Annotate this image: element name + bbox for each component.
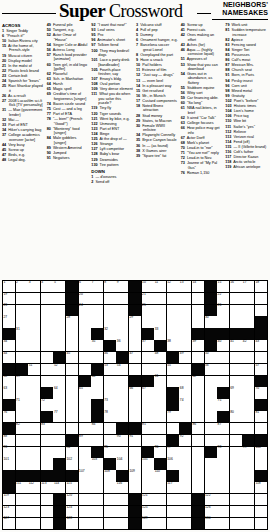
grid-cell[interactable] [16, 305, 28, 316]
grid-cell[interactable] [116, 506, 128, 517]
grid-cell[interactable] [230, 506, 242, 517]
grid-cell[interactable] [129, 482, 141, 493]
grid-cell[interactable] [242, 352, 254, 363]
grid-cell[interactable]: 54 [116, 364, 128, 375]
grid-cell[interactable] [104, 506, 116, 517]
grid-cell[interactable]: 55 [167, 364, 179, 375]
grid-cell[interactable]: 121 [142, 494, 154, 505]
grid-cell[interactable]: 30 [205, 316, 217, 327]
grid-cell[interactable]: 15 [217, 281, 229, 292]
grid-cell[interactable] [129, 411, 141, 422]
grid-cell[interactable] [66, 340, 78, 351]
grid-cell[interactable] [192, 316, 204, 327]
grid-cell[interactable] [91, 316, 103, 327]
grid-cell[interactable] [154, 423, 166, 434]
grid-cell[interactable]: 29 [129, 316, 141, 327]
grid-cell[interactable] [91, 470, 103, 481]
grid-cell[interactable] [192, 411, 204, 422]
grid-cell[interactable]: 44 [3, 352, 15, 363]
grid-cell[interactable]: 100 [255, 447, 267, 458]
grid-cell[interactable]: 129 [142, 518, 154, 529]
grid-cell[interactable]: 74 [179, 399, 191, 410]
grid-cell[interactable] [91, 494, 103, 505]
grid-cell[interactable] [167, 316, 179, 327]
grid-cell[interactable] [79, 328, 91, 339]
grid-cell[interactable] [255, 305, 267, 316]
grid-cell[interactable] [179, 458, 191, 469]
grid-cell[interactable] [205, 423, 217, 434]
grid-cell[interactable] [142, 411, 154, 422]
grid-cell[interactable] [53, 305, 65, 316]
grid-cell[interactable] [16, 352, 28, 363]
grid-cell[interactable] [91, 387, 103, 398]
grid-cell[interactable] [41, 305, 53, 316]
grid-cell[interactable] [66, 399, 78, 410]
grid-cell[interactable] [242, 518, 254, 529]
grid-cell[interactable]: 46 [104, 352, 116, 363]
grid-cell[interactable] [41, 518, 53, 529]
grid-cell[interactable] [230, 316, 242, 327]
grid-cell[interactable]: 53 [104, 364, 116, 375]
grid-cell[interactable] [41, 328, 53, 339]
grid-cell[interactable]: 122 [205, 494, 217, 505]
grid-cell[interactable] [16, 458, 28, 469]
grid-cell[interactable]: 28 [66, 316, 78, 327]
grid-cell[interactable]: 61 [154, 376, 166, 387]
grid-cell[interactable]: 38 [167, 340, 179, 351]
grid-cell[interactable] [41, 506, 53, 517]
grid-cell[interactable] [217, 494, 229, 505]
grid-cell[interactable] [116, 305, 128, 316]
grid-cell[interactable] [79, 447, 91, 458]
grid-cell[interactable]: 76 [3, 411, 15, 422]
grid-cell[interactable] [28, 293, 40, 304]
grid-cell[interactable]: 80 [230, 411, 242, 422]
grid-cell[interactable]: 2 [16, 281, 28, 292]
grid-cell[interactable] [66, 328, 78, 339]
grid-cell[interactable] [16, 293, 28, 304]
grid-cell[interactable] [16, 447, 28, 458]
grid-cell[interactable]: 51 [28, 364, 40, 375]
grid-cell[interactable]: 59 [16, 376, 28, 387]
grid-cell[interactable] [28, 399, 40, 410]
grid-cell[interactable] [230, 482, 242, 493]
grid-cell[interactable] [230, 435, 242, 446]
grid-cell[interactable] [79, 399, 91, 410]
grid-cell[interactable] [230, 364, 242, 375]
grid-cell[interactable] [230, 458, 242, 469]
grid-cell[interactable] [116, 518, 128, 529]
grid-cell[interactable] [16, 518, 28, 529]
grid-cell[interactable] [167, 506, 179, 517]
grid-cell[interactable] [28, 506, 40, 517]
grid-cell[interactable]: 99 [242, 447, 254, 458]
grid-cell[interactable]: 107 [79, 470, 91, 481]
grid-cell[interactable] [79, 494, 91, 505]
grid-cell[interactable] [217, 316, 229, 327]
grid-cell[interactable] [66, 411, 78, 422]
grid-cell[interactable]: 10 [142, 281, 154, 292]
grid-cell[interactable] [242, 470, 254, 481]
grid-cell[interactable] [255, 293, 267, 304]
grid-cell[interactable] [179, 305, 191, 316]
grid-cell[interactable] [242, 411, 254, 422]
grid-cell[interactable]: 13 [179, 281, 191, 292]
grid-cell[interactable] [142, 364, 154, 375]
grid-cell[interactable] [217, 364, 229, 375]
grid-cell[interactable]: 91 [129, 435, 141, 446]
grid-cell[interactable]: 83 [41, 423, 53, 434]
grid-cell[interactable] [41, 316, 53, 327]
grid-cell[interactable] [167, 305, 179, 316]
grid-cell[interactable] [41, 376, 53, 387]
grid-cell[interactable] [154, 305, 166, 316]
grid-cell[interactable] [255, 506, 267, 517]
grid-cell[interactable] [217, 352, 229, 363]
grid-cell[interactable] [167, 423, 179, 434]
grid-cell[interactable] [205, 458, 217, 469]
grid-cell[interactable] [242, 482, 254, 493]
grid-cell[interactable] [230, 293, 242, 304]
grid-cell[interactable] [142, 352, 154, 363]
grid-cell[interactable]: 4 [41, 281, 53, 292]
grid-cell[interactable] [242, 399, 254, 410]
grid-cell[interactable] [205, 435, 217, 446]
grid-cell[interactable] [104, 494, 116, 505]
grid-cell[interactable]: 98 [217, 447, 229, 458]
grid-cell[interactable]: 73 [104, 399, 116, 410]
grid-cell[interactable] [91, 518, 103, 529]
grid-cell[interactable] [91, 482, 103, 493]
grid-cell[interactable] [154, 399, 166, 410]
grid-cell[interactable] [230, 423, 242, 434]
grid-cell[interactable]: 70 [255, 387, 267, 398]
grid-cell[interactable]: 114 [53, 482, 65, 493]
grid-cell[interactable] [154, 411, 166, 422]
grid-cell[interactable] [154, 494, 166, 505]
grid-cell[interactable]: 119 [3, 494, 15, 505]
grid-cell[interactable] [104, 482, 116, 493]
grid-cell[interactable] [28, 447, 40, 458]
grid-cell[interactable] [129, 328, 141, 339]
grid-cell[interactable]: 118 [255, 482, 267, 493]
grid-cell[interactable] [192, 399, 204, 410]
grid-cell[interactable]: 6 [79, 281, 91, 292]
grid-cell[interactable]: 67 [142, 387, 154, 398]
grid-cell[interactable]: 24 [79, 305, 91, 316]
grid-cell[interactable] [192, 435, 204, 446]
grid-cell[interactable] [179, 494, 191, 505]
grid-cell[interactable] [167, 518, 179, 529]
grid-cell[interactable] [129, 399, 141, 410]
grid-cell[interactable] [154, 293, 166, 304]
grid-cell[interactable] [116, 328, 128, 339]
grid-cell[interactable] [167, 328, 179, 339]
grid-cell[interactable] [242, 364, 254, 375]
grid-cell[interactable] [53, 328, 65, 339]
grid-cell[interactable] [205, 376, 217, 387]
grid-cell[interactable] [28, 458, 40, 469]
grid-cell[interactable] [230, 352, 242, 363]
grid-cell[interactable] [179, 293, 191, 304]
grid-cell[interactable] [79, 340, 91, 351]
grid-cell[interactable] [53, 316, 65, 327]
grid-cell[interactable] [41, 340, 53, 351]
grid-cell[interactable]: 8 [104, 281, 116, 292]
grid-cell[interactable]: 87 [217, 423, 229, 434]
grid-cell[interactable] [116, 411, 128, 422]
grid-cell[interactable] [116, 316, 128, 327]
grid-cell[interactable] [179, 518, 191, 529]
grid-cell[interactable] [28, 328, 40, 339]
grid-cell[interactable]: 109 [129, 470, 141, 481]
grid-cell[interactable] [179, 506, 191, 517]
grid-cell[interactable]: 47 [129, 352, 141, 363]
grid-cell[interactable] [28, 305, 40, 316]
grid-cell[interactable] [242, 423, 254, 434]
grid-cell[interactable] [192, 352, 204, 363]
grid-cell[interactable] [242, 506, 254, 517]
grid-cell[interactable] [217, 482, 229, 493]
grid-cell[interactable]: 3 [28, 281, 40, 292]
grid-cell[interactable]: 95 [104, 447, 116, 458]
grid-cell[interactable] [79, 482, 91, 493]
grid-cell[interactable] [116, 387, 128, 398]
grid-cell[interactable] [142, 399, 154, 410]
grid-cell[interactable]: 35 [91, 340, 103, 351]
grid-cell[interactable] [79, 518, 91, 529]
grid-cell[interactable] [129, 364, 141, 375]
grid-cell[interactable] [217, 470, 229, 481]
grid-cell[interactable]: 103 [91, 458, 103, 469]
grid-cell[interactable] [28, 494, 40, 505]
grid-cell[interactable]: 25 [142, 305, 154, 316]
grid-cell[interactable] [41, 494, 53, 505]
grid-cell[interactable] [66, 387, 78, 398]
grid-cell[interactable] [217, 518, 229, 529]
grid-cell[interactable] [230, 447, 242, 458]
grid-cell[interactable]: 1 [3, 281, 15, 292]
grid-cell[interactable]: 115 [66, 482, 78, 493]
grid-cell[interactable] [104, 376, 116, 387]
grid-cell[interactable] [104, 293, 116, 304]
grid-cell[interactable] [41, 458, 53, 469]
grid-cell[interactable] [167, 494, 179, 505]
grid-cell[interactable] [205, 411, 217, 422]
grid-cell[interactable]: 117 [167, 482, 179, 493]
grid-cell[interactable]: 130 [205, 518, 217, 529]
grid-cell[interactable]: 96 [154, 447, 166, 458]
grid-cell[interactable]: 60 [91, 376, 103, 387]
grid-cell[interactable]: 37 [142, 340, 154, 351]
grid-cell[interactable] [255, 494, 267, 505]
grid-cell[interactable]: 41 [230, 340, 242, 351]
grid-cell[interactable] [255, 423, 267, 434]
grid-cell[interactable]: 92 [179, 435, 191, 446]
grid-cell[interactable]: 66 [129, 387, 141, 398]
grid-cell[interactable] [154, 387, 166, 398]
grid-cell[interactable]: 32 [104, 328, 116, 339]
grid-cell[interactable]: 77 [53, 411, 65, 422]
grid-cell[interactable] [66, 364, 78, 375]
grid-cell[interactable] [41, 293, 53, 304]
grid-cell[interactable]: 128 [66, 518, 78, 529]
grid-cell[interactable] [242, 316, 254, 327]
grid-cell[interactable] [242, 387, 254, 398]
grid-cell[interactable]: 75 [217, 399, 229, 410]
grid-cell[interactable] [179, 340, 191, 351]
grid-cell[interactable]: 40 [217, 340, 229, 351]
grid-cell[interactable]: 48 [154, 352, 166, 363]
grid-cell[interactable]: 39 [192, 340, 204, 351]
grid-cell[interactable]: 62 [192, 376, 204, 387]
grid-cell[interactable]: 64 [53, 387, 65, 398]
grid-cell[interactable] [192, 447, 204, 458]
grid-cell[interactable]: 11 [154, 281, 166, 292]
grid-cell[interactable]: 18 [255, 281, 267, 292]
grid-cell[interactable]: 16 [230, 281, 242, 292]
grid-cell[interactable] [154, 518, 166, 529]
grid-cell[interactable]: 27 [3, 316, 15, 327]
grid-cell[interactable] [192, 293, 204, 304]
grid-cell[interactable]: 5 [53, 281, 65, 292]
grid-cell[interactable] [79, 364, 91, 375]
grid-cell[interactable] [116, 376, 128, 387]
grid-cell[interactable] [230, 518, 242, 529]
grid-cell[interactable] [16, 340, 28, 351]
grid-cell[interactable] [167, 293, 179, 304]
grid-cell[interactable]: 111 [16, 482, 28, 493]
grid-cell[interactable]: 86 [192, 423, 204, 434]
grid-cell[interactable]: 31 [16, 328, 28, 339]
grid-cell[interactable] [91, 293, 103, 304]
grid-cell[interactable]: 52 [53, 364, 65, 375]
grid-cell[interactable]: 43 [255, 340, 267, 351]
grid-cell[interactable] [242, 293, 254, 304]
grid-cell[interactable] [242, 376, 254, 387]
grid-cell[interactable]: 110 [154, 470, 166, 481]
grid-cell[interactable] [53, 340, 65, 351]
grid-cell[interactable]: 12 [167, 281, 179, 292]
grid-cell[interactable] [242, 494, 254, 505]
grid-cell[interactable] [129, 447, 141, 458]
grid-cell[interactable] [104, 423, 116, 434]
grid-cell[interactable]: 120 [66, 494, 78, 505]
grid-cell[interactable]: 42 [242, 340, 254, 351]
grid-cell[interactable]: 14 [192, 281, 204, 292]
grid-cell[interactable] [53, 447, 65, 458]
grid-cell[interactable] [116, 399, 128, 410]
grid-cell[interactable] [28, 376, 40, 387]
grid-cell[interactable] [16, 411, 28, 422]
grid-cell[interactable] [255, 518, 267, 529]
grid-cell[interactable] [142, 316, 154, 327]
grid-cell[interactable] [129, 340, 141, 351]
grid-cell[interactable] [230, 399, 242, 410]
grid-cell[interactable]: 112 [28, 482, 40, 493]
grid-cell[interactable] [205, 470, 217, 481]
grid-cell[interactable] [28, 387, 40, 398]
grid-cell[interactable] [79, 316, 91, 327]
grid-cell[interactable] [28, 316, 40, 327]
grid-cell[interactable] [53, 435, 65, 446]
grid-cell[interactable] [28, 352, 40, 363]
grid-cell[interactable]: 85 [142, 423, 154, 434]
grid-cell[interactable]: 9 [116, 281, 128, 292]
grid-cell[interactable] [179, 316, 191, 327]
grid-cell[interactable] [230, 494, 242, 505]
grid-cell[interactable] [28, 340, 40, 351]
grid-cell[interactable] [91, 435, 103, 446]
grid-cell[interactable]: 71 [16, 399, 28, 410]
grid-cell[interactable] [205, 387, 217, 398]
grid-cell[interactable] [242, 305, 254, 316]
grid-cell[interactable] [116, 293, 128, 304]
grid-cell[interactable]: 7 [91, 281, 103, 292]
grid-cell[interactable]: 90 [116, 435, 128, 446]
grid-cell[interactable] [205, 482, 217, 493]
grid-cell[interactable] [255, 352, 267, 363]
grid-cell[interactable] [167, 376, 179, 387]
grid-cell[interactable] [16, 435, 28, 446]
grid-cell[interactable]: 69 [230, 387, 242, 398]
grid-cell[interactable] [28, 518, 40, 529]
grid-cell[interactable]: 108 [104, 470, 116, 481]
grid-cell[interactable]: 82 [16, 423, 28, 434]
grid-cell[interactable]: 116 [116, 482, 128, 493]
grid-cell[interactable] [192, 387, 204, 398]
grid-cell[interactable] [217, 458, 229, 469]
grid-cell[interactable] [79, 411, 91, 422]
grid-cell[interactable] [230, 305, 242, 316]
grid-cell[interactable] [205, 399, 217, 410]
grid-cell[interactable] [41, 435, 53, 446]
grid-cell[interactable] [91, 506, 103, 517]
grid-cell[interactable]: 127 [3, 518, 15, 529]
grid-cell[interactable] [154, 506, 166, 517]
grid-cell[interactable]: 63 [3, 387, 15, 398]
grid-cell[interactable] [66, 376, 78, 387]
grid-cell[interactable] [53, 399, 65, 410]
grid-cell[interactable]: 50 [205, 352, 217, 363]
grid-cell[interactable]: 78 [104, 411, 116, 422]
grid-cell[interactable] [79, 506, 91, 517]
grid-cell[interactable] [79, 423, 91, 434]
grid-cell[interactable]: 36 [116, 340, 128, 351]
grid-cell[interactable] [192, 470, 204, 481]
grid-cell[interactable] [179, 411, 191, 422]
grid-cell[interactable] [91, 352, 103, 363]
grid-cell[interactable] [116, 494, 128, 505]
grid-cell[interactable] [179, 447, 191, 458]
grid-cell[interactable] [16, 506, 28, 517]
grid-cell[interactable] [53, 293, 65, 304]
grid-cell[interactable]: 101 [3, 458, 15, 469]
grid-cell[interactable] [79, 352, 91, 363]
grid-cell[interactable] [66, 423, 78, 434]
grid-cell[interactable] [53, 423, 65, 434]
grid-cell[interactable] [41, 447, 53, 458]
grid-cell[interactable]: 113 [41, 482, 53, 493]
grid-cell[interactable] [142, 482, 154, 493]
grid-cell[interactable]: 102 [66, 458, 78, 469]
grid-cell[interactable] [192, 305, 204, 316]
grid-cell[interactable]: 105 [142, 458, 154, 469]
grid-cell[interactable] [230, 470, 242, 481]
grid-cell[interactable] [192, 458, 204, 469]
grid-cell[interactable]: 56 [205, 364, 217, 375]
grid-cell[interactable] [91, 305, 103, 316]
